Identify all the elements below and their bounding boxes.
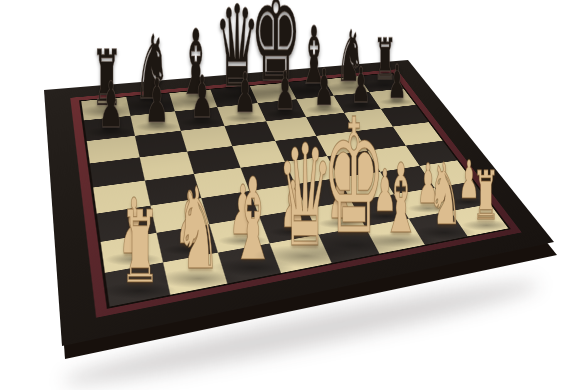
scene: ♜♞♝♛♚♝♞♜♟♟♟♟♟♟♟♟♟♟♟♟♟♟♟♟♜♞♝♛♚♝♞♜: [0, 0, 580, 390]
board-accent-border: [70, 69, 521, 317]
